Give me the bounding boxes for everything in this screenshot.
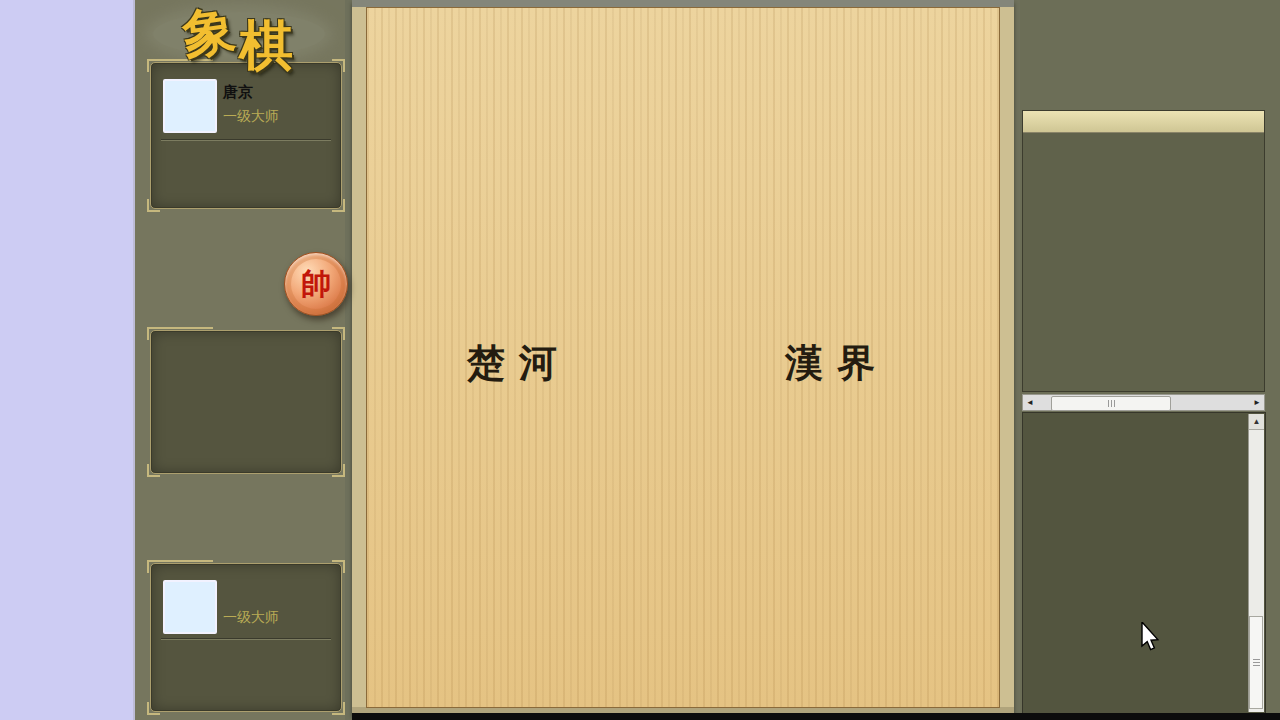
self-panel: 一级大师 [150, 563, 342, 712]
horizontal-scrollbar[interactable]: ◄ ► [1022, 394, 1265, 411]
panel-divider [161, 638, 331, 639]
chat-scroll-thumb[interactable] [1249, 616, 1263, 709]
turn-indicator-piece: 帥 [284, 252, 348, 316]
app-window: 象 棋 唐京 一级大师 帥 一级大师 [0, 0, 1280, 720]
left-banner [0, 0, 133, 720]
opponent-panel: 唐京 一级大师 [150, 62, 342, 209]
river-right-label: 漢界 [785, 338, 889, 389]
river-left-label: 楚河 [467, 338, 571, 389]
panel-divider [161, 139, 331, 140]
scroll-up-arrow[interactable]: ▲ [1249, 414, 1264, 430]
message-log: ▲ [1022, 412, 1266, 714]
scroll-left-arrow[interactable]: ◄ [1023, 395, 1037, 410]
player-list-header [1023, 111, 1264, 133]
chat-scrollbar[interactable]: ▲ [1248, 414, 1264, 712]
logo-char-1: 象 [178, 0, 239, 71]
board-frame: 楚河 漢界 [352, 0, 1014, 714]
self-rank: 一级大师 [223, 609, 279, 627]
board-area: 楚河 漢界 [345, 0, 1020, 720]
scroll-right-arrow[interactable]: ► [1250, 395, 1264, 410]
right-panel: ◄ ► ▲ [1020, 0, 1280, 720]
self-avatar [163, 580, 217, 634]
opponent-avatar [163, 79, 217, 133]
opponent-rank: 一级大师 [223, 108, 279, 126]
opponent-name: 唐京 [223, 83, 253, 102]
player-list [1022, 110, 1265, 392]
bottom-edge-bar [352, 713, 1280, 720]
xiangqi-board[interactable]: 楚河 漢界 [366, 7, 1000, 708]
river: 楚河 漢界 [367, 338, 1001, 384]
left-panel: 象 棋 唐京 一级大师 帥 一级大师 [133, 0, 347, 720]
mouse-cursor [1140, 622, 1162, 656]
logo-char-2: 棋 [239, 10, 293, 83]
horizontal-scroll-thumb[interactable] [1051, 396, 1171, 411]
time-rules-panel [150, 330, 342, 474]
